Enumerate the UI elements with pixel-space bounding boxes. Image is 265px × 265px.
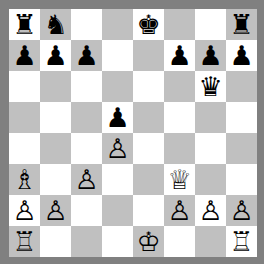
square-a5[interactable]: [9, 102, 40, 133]
piece-white-queen: ♕: [167, 164, 191, 195]
square-a8[interactable]: ♜: [9, 9, 40, 40]
piece-black-king: ♚: [136, 9, 160, 40]
piece-white-rook: ♖: [12, 226, 36, 257]
square-h1[interactable]: ♖: [226, 226, 257, 257]
piece-black-pawn: ♟: [74, 40, 98, 71]
square-d2[interactable]: [102, 195, 133, 226]
square-f7[interactable]: ♟: [164, 40, 195, 71]
square-b7[interactable]: ♟: [40, 40, 71, 71]
square-g2[interactable]: ♙: [195, 195, 226, 226]
square-e6[interactable]: [133, 71, 164, 102]
square-e2[interactable]: [133, 195, 164, 226]
piece-black-pawn: ♟: [167, 40, 191, 71]
square-a4[interactable]: [9, 133, 40, 164]
piece-black-pawn: ♟: [12, 40, 36, 71]
square-c2[interactable]: [71, 195, 102, 226]
chess-board: ♜♞♚♜♟♟♟♟♟♟♛♟♙♗♙♕♙♙♙♙♙♖♔♖: [9, 9, 257, 257]
piece-white-pawn: ♙: [105, 133, 129, 164]
square-d6[interactable]: [102, 71, 133, 102]
square-h5[interactable]: [226, 102, 257, 133]
square-d4[interactable]: ♙: [102, 133, 133, 164]
square-g8[interactable]: [195, 9, 226, 40]
square-a1[interactable]: ♖: [9, 226, 40, 257]
square-c1[interactable]: [71, 226, 102, 257]
square-d3[interactable]: [102, 164, 133, 195]
square-e5[interactable]: [133, 102, 164, 133]
square-h4[interactable]: [226, 133, 257, 164]
square-b6[interactable]: [40, 71, 71, 102]
square-d5[interactable]: ♟: [102, 102, 133, 133]
square-b8[interactable]: ♞: [40, 9, 71, 40]
square-c6[interactable]: [71, 71, 102, 102]
square-f8[interactable]: [164, 9, 195, 40]
piece-black-pawn: ♟: [43, 40, 67, 71]
square-f4[interactable]: [164, 133, 195, 164]
square-h3[interactable]: [226, 164, 257, 195]
square-b5[interactable]: [40, 102, 71, 133]
piece-black-knight: ♞: [43, 9, 67, 40]
square-f6[interactable]: [164, 71, 195, 102]
square-h2[interactable]: ♙: [226, 195, 257, 226]
piece-black-pawn: ♟: [229, 40, 253, 71]
square-e1[interactable]: ♔: [133, 226, 164, 257]
piece-white-pawn: ♙: [12, 195, 36, 226]
square-d7[interactable]: [102, 40, 133, 71]
square-f2[interactable]: ♙: [164, 195, 195, 226]
square-c8[interactable]: [71, 9, 102, 40]
square-c4[interactable]: [71, 133, 102, 164]
square-a3[interactable]: ♗: [9, 164, 40, 195]
square-g6[interactable]: ♛: [195, 71, 226, 102]
square-d8[interactable]: [102, 9, 133, 40]
piece-white-bishop: ♗: [12, 164, 36, 195]
piece-white-rook: ♖: [229, 226, 253, 257]
piece-white-pawn: ♙: [229, 195, 253, 226]
square-g4[interactable]: [195, 133, 226, 164]
square-b3[interactable]: [40, 164, 71, 195]
piece-black-rook: ♜: [12, 9, 36, 40]
piece-black-queen: ♛: [198, 71, 222, 102]
square-h6[interactable]: [226, 71, 257, 102]
square-g7[interactable]: ♟: [195, 40, 226, 71]
square-b4[interactable]: [40, 133, 71, 164]
piece-white-pawn: ♙: [167, 195, 191, 226]
piece-black-rook: ♜: [229, 9, 253, 40]
square-f5[interactable]: [164, 102, 195, 133]
piece-white-pawn: ♙: [43, 195, 67, 226]
square-a6[interactable]: [9, 71, 40, 102]
piece-white-pawn: ♙: [198, 195, 222, 226]
square-b2[interactable]: ♙: [40, 195, 71, 226]
piece-white-pawn: ♙: [74, 164, 98, 195]
square-g3[interactable]: [195, 164, 226, 195]
square-f1[interactable]: [164, 226, 195, 257]
square-b1[interactable]: [40, 226, 71, 257]
square-g5[interactable]: [195, 102, 226, 133]
square-e8[interactable]: ♚: [133, 9, 164, 40]
piece-black-pawn: ♟: [198, 40, 222, 71]
square-f3[interactable]: ♕: [164, 164, 195, 195]
square-h8[interactable]: ♜: [226, 9, 257, 40]
square-a7[interactable]: ♟: [9, 40, 40, 71]
square-g1[interactable]: [195, 226, 226, 257]
square-c7[interactable]: ♟: [71, 40, 102, 71]
square-e3[interactable]: [133, 164, 164, 195]
square-e4[interactable]: [133, 133, 164, 164]
piece-black-pawn: ♟: [105, 102, 129, 133]
piece-white-king: ♔: [136, 226, 160, 257]
square-c5[interactable]: [71, 102, 102, 133]
square-d1[interactable]: [102, 226, 133, 257]
chess-board-frame: ♜♞♚♜♟♟♟♟♟♟♛♟♙♗♙♕♙♙♙♙♙♖♔♖: [0, 0, 264, 264]
square-a2[interactable]: ♙: [9, 195, 40, 226]
square-h7[interactable]: ♟: [226, 40, 257, 71]
square-e7[interactable]: [133, 40, 164, 71]
square-c3[interactable]: ♙: [71, 164, 102, 195]
